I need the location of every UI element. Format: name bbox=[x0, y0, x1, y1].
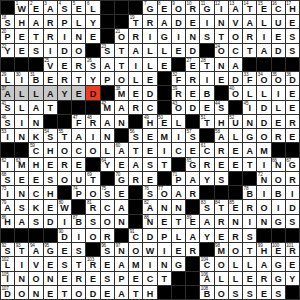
grid-cell[interactable]: 4S bbox=[58, 1, 71, 14]
grid-cell[interactable]: V bbox=[29, 257, 42, 270]
grid-cell[interactable]: A bbox=[200, 215, 213, 228]
grid-cell[interactable]: 2E bbox=[29, 1, 42, 14]
grid-cell[interactable]: C bbox=[143, 272, 156, 285]
grid-cell[interactable]: D bbox=[286, 200, 299, 213]
grid-cell[interactable]: 92S bbox=[1, 243, 14, 256]
grid-cell[interactable]: C bbox=[72, 143, 85, 156]
grid-cell[interactable]: L bbox=[172, 229, 185, 242]
grid-cell[interactable]: I bbox=[158, 243, 171, 256]
grid-cell[interactable]: I bbox=[86, 129, 99, 142]
grid-cell[interactable]: T bbox=[172, 215, 185, 228]
grid-cell[interactable]: N bbox=[215, 58, 228, 71]
grid-cell[interactable]: E bbox=[129, 272, 142, 285]
grid-cell[interactable]: R bbox=[243, 200, 256, 213]
grid-cell[interactable]: 70G bbox=[115, 172, 128, 185]
grid-cell[interactable]: O bbox=[272, 172, 285, 185]
grid-cell[interactable]: I bbox=[200, 72, 213, 85]
grid-cell[interactable]: E bbox=[172, 44, 185, 57]
grid-cell[interactable]: R bbox=[186, 72, 199, 85]
grid-cell[interactable]: R bbox=[129, 29, 142, 42]
grid-cell[interactable]: R bbox=[58, 72, 71, 85]
grid-cell[interactable]: 88N bbox=[143, 215, 156, 228]
grid-cell[interactable]: 8E bbox=[158, 1, 171, 14]
grid-cell[interactable]: H bbox=[29, 158, 42, 171]
grid-cell[interactable]: A bbox=[101, 115, 114, 128]
grid-cell[interactable]: T bbox=[243, 44, 256, 57]
grid-cell[interactable]: 58A bbox=[215, 129, 228, 142]
grid-cell[interactable]: H bbox=[143, 286, 156, 299]
grid-cell[interactable]: Y bbox=[200, 229, 213, 242]
grid-cell[interactable]: 39R bbox=[172, 86, 185, 99]
grid-cell[interactable]: L bbox=[229, 129, 242, 142]
grid-cell[interactable]: 82A bbox=[143, 200, 156, 213]
grid-cell[interactable]: 81R bbox=[86, 200, 99, 213]
grid-cell[interactable]: C bbox=[143, 101, 156, 114]
grid-cell[interactable]: 91C bbox=[129, 229, 142, 242]
grid-cell[interactable]: L bbox=[215, 272, 228, 285]
grid-cell[interactable]: A bbox=[15, 215, 28, 228]
grid-cell[interactable]: 98M bbox=[215, 243, 228, 256]
grid-cell[interactable]: 73I bbox=[1, 186, 14, 199]
grid-cell[interactable]: 62I bbox=[1, 158, 14, 171]
grid-cell[interactable]: L bbox=[172, 115, 185, 128]
grid-cell[interactable]: L bbox=[243, 86, 256, 99]
grid-cell[interactable]: N bbox=[158, 200, 171, 213]
grid-cell[interactable]: L bbox=[15, 86, 28, 99]
grid-cell[interactable]: R bbox=[44, 29, 57, 42]
grid-cell[interactable]: I bbox=[200, 15, 213, 28]
grid-cell[interactable]: 19T bbox=[129, 15, 142, 28]
grid-cell[interactable]: R bbox=[243, 29, 256, 42]
grid-cell[interactable]: 80W bbox=[58, 200, 71, 213]
grid-cell[interactable]: 64Y bbox=[101, 158, 114, 171]
grid-cell[interactable]: 55T bbox=[58, 129, 71, 142]
grid-cell[interactable]: N bbox=[15, 272, 28, 285]
grid-cell[interactable]: I bbox=[15, 257, 28, 270]
grid-cell[interactable]: Y bbox=[286, 272, 299, 285]
grid-cell[interactable]: 28T bbox=[200, 58, 213, 71]
grid-cell[interactable]: A bbox=[115, 101, 128, 114]
grid-cell[interactable]: E bbox=[129, 86, 142, 99]
grid-cell[interactable]: G bbox=[158, 29, 171, 42]
grid-cell[interactable]: E bbox=[229, 143, 242, 156]
grid-cell[interactable]: S bbox=[15, 200, 28, 213]
grid-cell[interactable]: 79A bbox=[1, 200, 14, 213]
grid-cell[interactable]: O bbox=[101, 215, 114, 228]
grid-cell[interactable]: M bbox=[257, 143, 270, 156]
grid-cell[interactable]: E bbox=[272, 29, 285, 42]
grid-cell[interactable]: 69T bbox=[86, 172, 99, 185]
grid-cell[interactable]: L bbox=[272, 101, 285, 114]
grid-cell[interactable]: S bbox=[200, 29, 213, 42]
grid-cell[interactable]: Y bbox=[86, 72, 99, 85]
grid-cell[interactable]: S bbox=[86, 215, 99, 228]
grid-cell[interactable]: 21O bbox=[115, 29, 128, 42]
grid-cell[interactable]: E bbox=[143, 143, 156, 156]
grid-cell[interactable]: U bbox=[272, 15, 285, 28]
grid-cell[interactable]: T bbox=[115, 58, 128, 71]
grid-cell[interactable]: D bbox=[143, 229, 156, 242]
grid-cell[interactable]: D bbox=[172, 15, 185, 28]
grid-cell[interactable]: S bbox=[243, 229, 256, 242]
grid-cell[interactable]: I bbox=[44, 44, 57, 57]
grid-cell[interactable]: E bbox=[200, 101, 213, 114]
grid-cell[interactable]: E bbox=[186, 15, 199, 28]
grid-cell[interactable]: 90D bbox=[58, 229, 71, 242]
grid-cell[interactable]: 25V bbox=[44, 58, 57, 71]
grid-cell[interactable]: L bbox=[229, 257, 242, 270]
grid-cell[interactable]: I bbox=[58, 29, 71, 42]
grid-cell[interactable]: E bbox=[172, 243, 185, 256]
grid-cell[interactable]: S bbox=[143, 158, 156, 171]
grid-cell[interactable]: I bbox=[143, 29, 156, 42]
grid-cell[interactable]: N bbox=[172, 200, 185, 213]
grid-cell[interactable]: 57S bbox=[186, 129, 199, 142]
grid-cell[interactable]: I bbox=[272, 200, 285, 213]
grid-cell[interactable]: B bbox=[272, 186, 285, 199]
grid-cell[interactable]: L bbox=[72, 15, 85, 28]
grid-cell[interactable]: 3A bbox=[44, 1, 57, 14]
grid-cell[interactable]: E bbox=[86, 272, 99, 285]
grid-cell[interactable]: E bbox=[286, 86, 299, 99]
grid-cell[interactable]: Y bbox=[200, 172, 213, 185]
grid-cell[interactable]: I bbox=[58, 215, 71, 228]
grid-cell[interactable]: 100E bbox=[272, 243, 285, 256]
grid-cell[interactable]: R bbox=[58, 158, 71, 171]
grid-cell[interactable]: P bbox=[58, 15, 71, 28]
grid-cell[interactable]: O bbox=[15, 286, 28, 299]
grid-cell[interactable]: R bbox=[129, 101, 142, 114]
grid-cell[interactable]: 103R bbox=[86, 257, 99, 270]
grid-cell[interactable]: T bbox=[215, 29, 228, 42]
grid-cell[interactable]: S bbox=[58, 257, 71, 270]
grid-cell[interactable]: 22Y bbox=[1, 44, 14, 57]
grid-cell[interactable]: E bbox=[15, 29, 28, 42]
grid-cell[interactable]: N bbox=[72, 29, 85, 42]
grid-cell[interactable]: L bbox=[129, 72, 142, 85]
grid-cell[interactable]: 47F bbox=[72, 115, 85, 128]
grid-cell[interactable]: 41S bbox=[1, 101, 14, 114]
grid-cell[interactable]: M bbox=[158, 129, 171, 142]
grid-cell[interactable]: L bbox=[143, 58, 156, 71]
grid-cell[interactable]: E bbox=[44, 72, 57, 85]
grid-cell[interactable]: A bbox=[115, 286, 128, 299]
grid-cell[interactable]: D bbox=[257, 101, 270, 114]
grid-cell[interactable]: S bbox=[29, 44, 42, 57]
grid-cell[interactable]: R bbox=[72, 58, 85, 71]
grid-cell[interactable]: K bbox=[29, 129, 42, 142]
grid-cell[interactable]: 7G bbox=[143, 1, 156, 14]
grid-cell[interactable]: E bbox=[215, 158, 228, 171]
grid-cell[interactable]: 96S bbox=[101, 243, 114, 256]
grid-cell[interactable]: G bbox=[243, 129, 256, 142]
grid-cell[interactable]: I bbox=[15, 115, 28, 128]
grid-cell[interactable]: T bbox=[158, 272, 171, 285]
grid-cell[interactable]: 54S bbox=[44, 129, 57, 142]
grid-cell[interactable]: N bbox=[257, 215, 270, 228]
grid-cell[interactable]: 32F bbox=[172, 72, 185, 85]
grid-cell[interactable]: V bbox=[229, 15, 242, 28]
grid-cell[interactable]: 9O bbox=[172, 1, 185, 14]
grid-cell[interactable]: Y bbox=[58, 86, 71, 99]
grid-cell[interactable]: 101R bbox=[286, 243, 299, 256]
grid-cell[interactable]: 49H bbox=[143, 115, 156, 128]
grid-cell[interactable]: S bbox=[286, 215, 299, 228]
grid-cell[interactable]: S bbox=[229, 286, 242, 299]
grid-cell[interactable]: H bbox=[44, 143, 57, 156]
grid-cell[interactable]: G bbox=[272, 272, 285, 285]
grid-cell[interactable]: 102L bbox=[1, 257, 14, 270]
grid-cell[interactable]: D bbox=[257, 115, 270, 128]
grid-cell[interactable]: A bbox=[257, 257, 270, 270]
grid-cell[interactable]: 60A bbox=[115, 143, 128, 156]
grid-cell[interactable]: 15E bbox=[257, 1, 270, 14]
grid-cell[interactable]: O bbox=[215, 257, 228, 270]
grid-cell[interactable]: I bbox=[286, 186, 299, 199]
grid-cell[interactable]: D bbox=[186, 101, 199, 114]
grid-cell[interactable]: 89E bbox=[186, 215, 199, 228]
grid-cell[interactable]: R bbox=[286, 172, 299, 185]
grid-cell[interactable]: 46S bbox=[1, 115, 14, 128]
grid-cell[interactable]: S bbox=[215, 172, 228, 185]
grid-cell[interactable]: E bbox=[58, 243, 71, 256]
grid-cell[interactable]: E bbox=[215, 229, 228, 242]
grid-cell[interactable]: 38M bbox=[115, 86, 128, 99]
grid-cell[interactable]: 35O bbox=[272, 72, 285, 85]
grid-cell[interactable]: 67G bbox=[286, 158, 299, 171]
grid-cell[interactable]: 31B bbox=[29, 72, 42, 85]
grid-cell[interactable]: 106A bbox=[200, 272, 213, 285]
grid-cell[interactable]: I bbox=[257, 186, 270, 199]
grid-cell[interactable]: 59C bbox=[29, 143, 42, 156]
grid-cell[interactable]: N bbox=[158, 257, 171, 270]
grid-cell[interactable]: T bbox=[58, 286, 71, 299]
grid-cell[interactable]: U bbox=[72, 172, 85, 185]
grid-cell[interactable]: 61C bbox=[200, 143, 213, 156]
grid-cell[interactable]: O bbox=[86, 186, 99, 199]
grid-cell[interactable]: A bbox=[129, 44, 142, 57]
grid-cell[interactable]: E bbox=[186, 86, 199, 99]
grid-cell[interactable]: I bbox=[257, 158, 270, 171]
grid-cell[interactable]: R bbox=[257, 272, 270, 285]
grid-cell[interactable]: E bbox=[15, 172, 28, 185]
grid-cell[interactable]: E bbox=[44, 286, 57, 299]
grid-cell[interactable]: A bbox=[115, 257, 128, 270]
grid-cell[interactable]: A bbox=[101, 58, 114, 71]
grid-cell[interactable]: 74P bbox=[72, 186, 85, 199]
grid-cell[interactable]: 30I bbox=[15, 72, 28, 85]
grid-cell[interactable]: 83S bbox=[200, 200, 213, 213]
grid-cell[interactable]: 11G bbox=[200, 1, 213, 14]
grid-cell[interactable]: T bbox=[72, 72, 85, 85]
grid-cell[interactable]: 87B bbox=[72, 215, 85, 228]
grid-cell[interactable]: O bbox=[86, 143, 99, 156]
grid-cell[interactable]: E bbox=[143, 72, 156, 85]
grid-cell[interactable]: 56S bbox=[129, 129, 142, 142]
grid-cell[interactable]: R bbox=[101, 229, 114, 242]
grid-cell[interactable]: R bbox=[286, 115, 299, 128]
grid-cell[interactable]: E bbox=[158, 215, 171, 228]
grid-cell[interactable]: 36D bbox=[286, 72, 299, 85]
grid-cell[interactable]: 76S bbox=[143, 186, 156, 199]
grid-cell[interactable]: E bbox=[229, 158, 242, 171]
grid-cell[interactable]: 107D bbox=[1, 286, 14, 299]
grid-cell[interactable]: R bbox=[229, 229, 242, 242]
grid-cell[interactable]: 43O bbox=[172, 101, 185, 114]
grid-cell[interactable]: L bbox=[257, 15, 270, 28]
grid-cell[interactable]: D bbox=[143, 86, 156, 99]
grid-cell[interactable]: R bbox=[215, 143, 228, 156]
grid-cell[interactable]: E bbox=[257, 286, 270, 299]
grid-cell[interactable]: N bbox=[29, 115, 42, 128]
grid-cell[interactable]: 27E bbox=[186, 58, 199, 71]
grid-cell[interactable]: 16C bbox=[272, 1, 285, 14]
grid-cell[interactable]: H bbox=[215, 115, 228, 128]
grid-cell[interactable]: A bbox=[243, 143, 256, 156]
grid-cell[interactable]: 14T bbox=[243, 1, 256, 14]
grid-cell[interactable]: D bbox=[229, 72, 242, 85]
grid-cell[interactable]: E bbox=[44, 158, 57, 171]
grid-cell[interactable]: K bbox=[29, 200, 42, 213]
grid-cell[interactable]: N bbox=[115, 215, 128, 228]
grid-cell[interactable]: I bbox=[243, 215, 256, 228]
grid-cell[interactable]: 26S bbox=[86, 58, 99, 71]
grid-cell[interactable]: S bbox=[72, 243, 85, 256]
grid-cell[interactable]: 23S bbox=[101, 44, 114, 57]
grid-cell[interactable]: O bbox=[257, 200, 270, 213]
grid-cell[interactable]: 17H bbox=[286, 1, 299, 14]
grid-cell[interactable]: T bbox=[44, 101, 57, 114]
grid-cell[interactable]: 34O bbox=[257, 72, 270, 85]
grid-cell[interactable]: A bbox=[29, 15, 42, 28]
grid-cell[interactable]: 40O bbox=[229, 86, 242, 99]
grid-cell[interactable]: G bbox=[172, 257, 185, 270]
grid-cell[interactable]: A bbox=[44, 86, 57, 99]
grid-cell[interactable]: E bbox=[58, 272, 71, 285]
grid-cell[interactable]: 86H bbox=[1, 215, 14, 228]
grid-cell[interactable]: T bbox=[72, 257, 85, 270]
grid-cell[interactable]: 93T bbox=[15, 243, 28, 256]
grid-cell[interactable]: S bbox=[44, 172, 57, 185]
grid-cell[interactable]: N bbox=[29, 286, 42, 299]
grid-cell[interactable]: R bbox=[143, 15, 156, 28]
grid-cell[interactable]: 24O bbox=[215, 44, 228, 57]
grid-cell[interactable]: E bbox=[243, 272, 256, 285]
grid-cell[interactable]: 65G bbox=[186, 158, 199, 171]
grid-cell[interactable]: R bbox=[215, 215, 228, 228]
grid-cell[interactable]: 44S bbox=[215, 101, 228, 114]
grid-cell[interactable]: E bbox=[101, 286, 114, 299]
grid-cell[interactable]: 6L bbox=[86, 1, 99, 14]
grid-cell[interactable]: E bbox=[15, 44, 28, 57]
grid-cell[interactable]: O bbox=[129, 243, 142, 256]
grid-cell[interactable]: 99H bbox=[257, 243, 270, 256]
grid-cell[interactable]: O bbox=[29, 272, 42, 285]
grid-cell[interactable]: 18S bbox=[1, 15, 14, 28]
grid-cell[interactable]: T bbox=[29, 29, 42, 42]
grid-cell[interactable]: R bbox=[186, 186, 199, 199]
grid-cell[interactable]: A bbox=[72, 129, 85, 142]
grid-cell[interactable]: A bbox=[186, 172, 199, 185]
grid-cell[interactable]: I bbox=[257, 29, 270, 42]
active-cell[interactable]: D bbox=[86, 86, 99, 99]
grid-cell[interactable]: L bbox=[29, 86, 42, 99]
grid-cell[interactable]: L bbox=[229, 272, 242, 285]
grid-cell[interactable]: I bbox=[72, 229, 85, 242]
grid-cell[interactable]: C bbox=[29, 186, 42, 199]
grid-cell[interactable]: O bbox=[72, 286, 85, 299]
grid-cell[interactable]: A bbox=[186, 229, 199, 242]
grid-cell[interactable]: N bbox=[44, 272, 57, 285]
grid-cell[interactable]: 85E bbox=[229, 200, 242, 213]
grid-cell[interactable]: 66N bbox=[272, 158, 285, 171]
grid-cell[interactable]: I bbox=[129, 58, 142, 71]
grid-cell[interactable]: 68S bbox=[1, 172, 14, 185]
grid-cell[interactable]: 5E bbox=[72, 1, 85, 14]
grid-cell[interactable]: R bbox=[272, 129, 285, 142]
grid-cell[interactable]: R bbox=[200, 158, 213, 171]
grid-cell[interactable]: O bbox=[215, 286, 228, 299]
grid-cell[interactable]: T bbox=[129, 286, 142, 299]
grid-cell[interactable]: S bbox=[101, 272, 114, 285]
grid-cell[interactable]: N bbox=[115, 115, 128, 128]
grid-cell[interactable]: E bbox=[115, 158, 128, 171]
grid-cell[interactable]: 37A bbox=[1, 86, 14, 99]
grid-cell[interactable]: E bbox=[286, 129, 299, 142]
grid-cell[interactable]: I bbox=[143, 257, 156, 270]
grid-cell[interactable]: 51T bbox=[200, 115, 213, 128]
grid-cell[interactable]: E bbox=[286, 15, 299, 28]
grid-cell[interactable]: 95G bbox=[44, 243, 57, 256]
grid-cell[interactable]: E bbox=[143, 129, 156, 142]
grid-cell[interactable]: 97N bbox=[115, 243, 128, 256]
grid-cell[interactable]: 71P bbox=[172, 172, 185, 185]
grid-cell[interactable]: 33F bbox=[243, 72, 256, 85]
grid-cell[interactable]: E bbox=[215, 72, 228, 85]
grid-cell[interactable]: A bbox=[158, 15, 171, 28]
grid-cell[interactable]: S bbox=[286, 44, 299, 57]
grid-cell[interactable]: 72N bbox=[257, 172, 270, 185]
grid-cell[interactable]: I bbox=[158, 143, 171, 156]
grid-cell[interactable]: N bbox=[229, 215, 242, 228]
grid-cell[interactable]: T bbox=[243, 158, 256, 171]
grid-cell[interactable]: S bbox=[29, 215, 42, 228]
grid-cell[interactable]: P bbox=[101, 72, 114, 85]
grid-cell[interactable]: L bbox=[15, 101, 28, 114]
grid-cell[interactable]: 78B bbox=[243, 186, 256, 199]
grid-cell[interactable]: R bbox=[72, 272, 85, 285]
grid-cell[interactable]: L bbox=[101, 143, 114, 156]
grid-cell[interactable]: T bbox=[115, 44, 128, 57]
grid-cell[interactable]: B bbox=[200, 86, 213, 99]
grid-cell[interactable]: E bbox=[186, 143, 199, 156]
grid-cell[interactable]: H bbox=[44, 186, 57, 199]
grid-cell[interactable]: 20P bbox=[1, 29, 14, 42]
grid-cell[interactable]: R bbox=[44, 15, 57, 28]
grid-cell[interactable]: T bbox=[129, 143, 142, 156]
grid-cell[interactable]: 50E bbox=[158, 115, 171, 128]
grid-cell[interactable]: E bbox=[143, 172, 156, 185]
grid-cell[interactable]: Y bbox=[86, 15, 99, 28]
grid-cell[interactable]: 94A bbox=[29, 243, 42, 256]
grid-cell[interactable]: A bbox=[29, 101, 42, 114]
grid-cell[interactable]: O bbox=[257, 129, 270, 142]
grid-cell[interactable]: 77O bbox=[158, 186, 171, 199]
grid-cell[interactable]: I bbox=[172, 29, 185, 42]
grid-cell[interactable]: T bbox=[158, 158, 171, 171]
grid-cell[interactable]: G bbox=[272, 257, 285, 270]
grid-cell[interactable]: E bbox=[286, 257, 299, 270]
